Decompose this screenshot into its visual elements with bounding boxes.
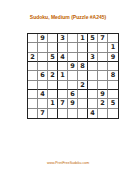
sudoku-cell [78, 71, 88, 80]
page-title: Sudoku, Medium (Puzzle #A245) [0, 14, 136, 20]
sudoku-cell [28, 99, 38, 108]
sudoku-cell [108, 34, 118, 43]
sudoku-cell: 1 [108, 43, 118, 52]
sudoku-cell [68, 81, 78, 90]
sudoku-cell: 2 [28, 53, 38, 62]
sudoku-board-border: 9315712543998621824691792574 [27, 33, 119, 119]
sudoku-cell: 4 [88, 109, 98, 118]
sudoku-cell: 3 [88, 53, 98, 62]
sudoku-cell [48, 81, 58, 90]
sudoku-cell [78, 53, 88, 62]
sudoku-cell [88, 81, 98, 90]
footer-url: www.PrintFreeSudoku.com [0, 161, 136, 165]
sudoku-cell [48, 90, 58, 99]
sudoku-cell [68, 109, 78, 118]
sudoku-cell [108, 62, 118, 71]
sudoku-cell: 7 [98, 34, 108, 43]
sudoku-cell [48, 62, 58, 71]
sudoku-cell [88, 71, 98, 80]
sudoku-cell: 9 [98, 90, 108, 99]
sudoku-cell [108, 109, 118, 118]
sudoku-cell [78, 90, 88, 99]
sudoku-cell [48, 109, 58, 118]
sudoku-cell: 3 [58, 34, 68, 43]
sudoku-cell [68, 71, 78, 80]
sudoku-cell: 9 [108, 53, 118, 62]
sudoku-cell: 7 [58, 99, 68, 108]
sudoku-cell: 6 [68, 90, 78, 99]
sudoku-cell [108, 90, 118, 99]
sudoku-cell [98, 53, 108, 62]
sudoku-cell [98, 71, 108, 80]
sudoku-cell [98, 81, 108, 90]
sudoku-cell: 1 [48, 99, 58, 108]
sudoku-cell: 5 [48, 53, 58, 62]
sudoku-cell: 4 [58, 53, 68, 62]
sudoku-cell: 2 [78, 81, 88, 90]
sudoku-cell [88, 90, 98, 99]
sudoku-cell: 6 [38, 71, 48, 80]
sudoku-cell: 8 [78, 62, 88, 71]
sudoku-cell [58, 62, 68, 71]
sudoku-cell: 1 [78, 34, 88, 43]
sudoku-cell [28, 62, 38, 71]
sudoku-cell: 1 [58, 71, 68, 80]
sudoku-cell [68, 53, 78, 62]
sudoku-cell [38, 62, 48, 71]
sudoku-cell [98, 62, 108, 71]
sudoku-cell: 9 [68, 99, 78, 108]
sudoku-cell [98, 109, 108, 118]
sudoku-cell [88, 43, 98, 52]
sudoku-cell: 9 [38, 34, 48, 43]
sudoku-cell [28, 109, 38, 118]
sudoku-cell [48, 34, 58, 43]
sudoku-cell [28, 81, 38, 90]
sudoku-cell [98, 43, 108, 52]
sudoku-cell [78, 43, 88, 52]
sudoku-cell [38, 53, 48, 62]
sudoku-cell: 5 [108, 99, 118, 108]
sudoku-cell [28, 90, 38, 99]
sudoku-cell [58, 43, 68, 52]
sudoku-cell: 5 [88, 34, 98, 43]
sudoku-cell [108, 81, 118, 90]
sudoku-cell [48, 43, 58, 52]
sudoku-cell [78, 109, 88, 118]
sudoku-cell [28, 71, 38, 80]
sudoku-cell: 7 [38, 109, 48, 118]
sudoku-cell [78, 99, 88, 108]
sudoku-cell [68, 34, 78, 43]
sudoku-cell: 9 [68, 62, 78, 71]
sudoku-cell: 2 [48, 71, 58, 80]
sudoku-cell [38, 81, 48, 90]
sudoku-cell [58, 81, 68, 90]
sudoku-cell: 4 [38, 90, 48, 99]
sudoku-cell [28, 34, 38, 43]
sudoku-cell: 8 [108, 71, 118, 80]
sudoku-cell [38, 43, 48, 52]
sudoku-cell [68, 43, 78, 52]
sudoku-cell [88, 99, 98, 108]
sudoku-cell [28, 43, 38, 52]
sudoku-cell [58, 90, 68, 99]
sudoku-cell: 2 [98, 99, 108, 108]
sudoku-cell [58, 109, 68, 118]
sudoku-grid: 9315712543998621824691792574 [28, 34, 118, 118]
sudoku-cell [88, 62, 98, 71]
sudoku-cell [38, 99, 48, 108]
